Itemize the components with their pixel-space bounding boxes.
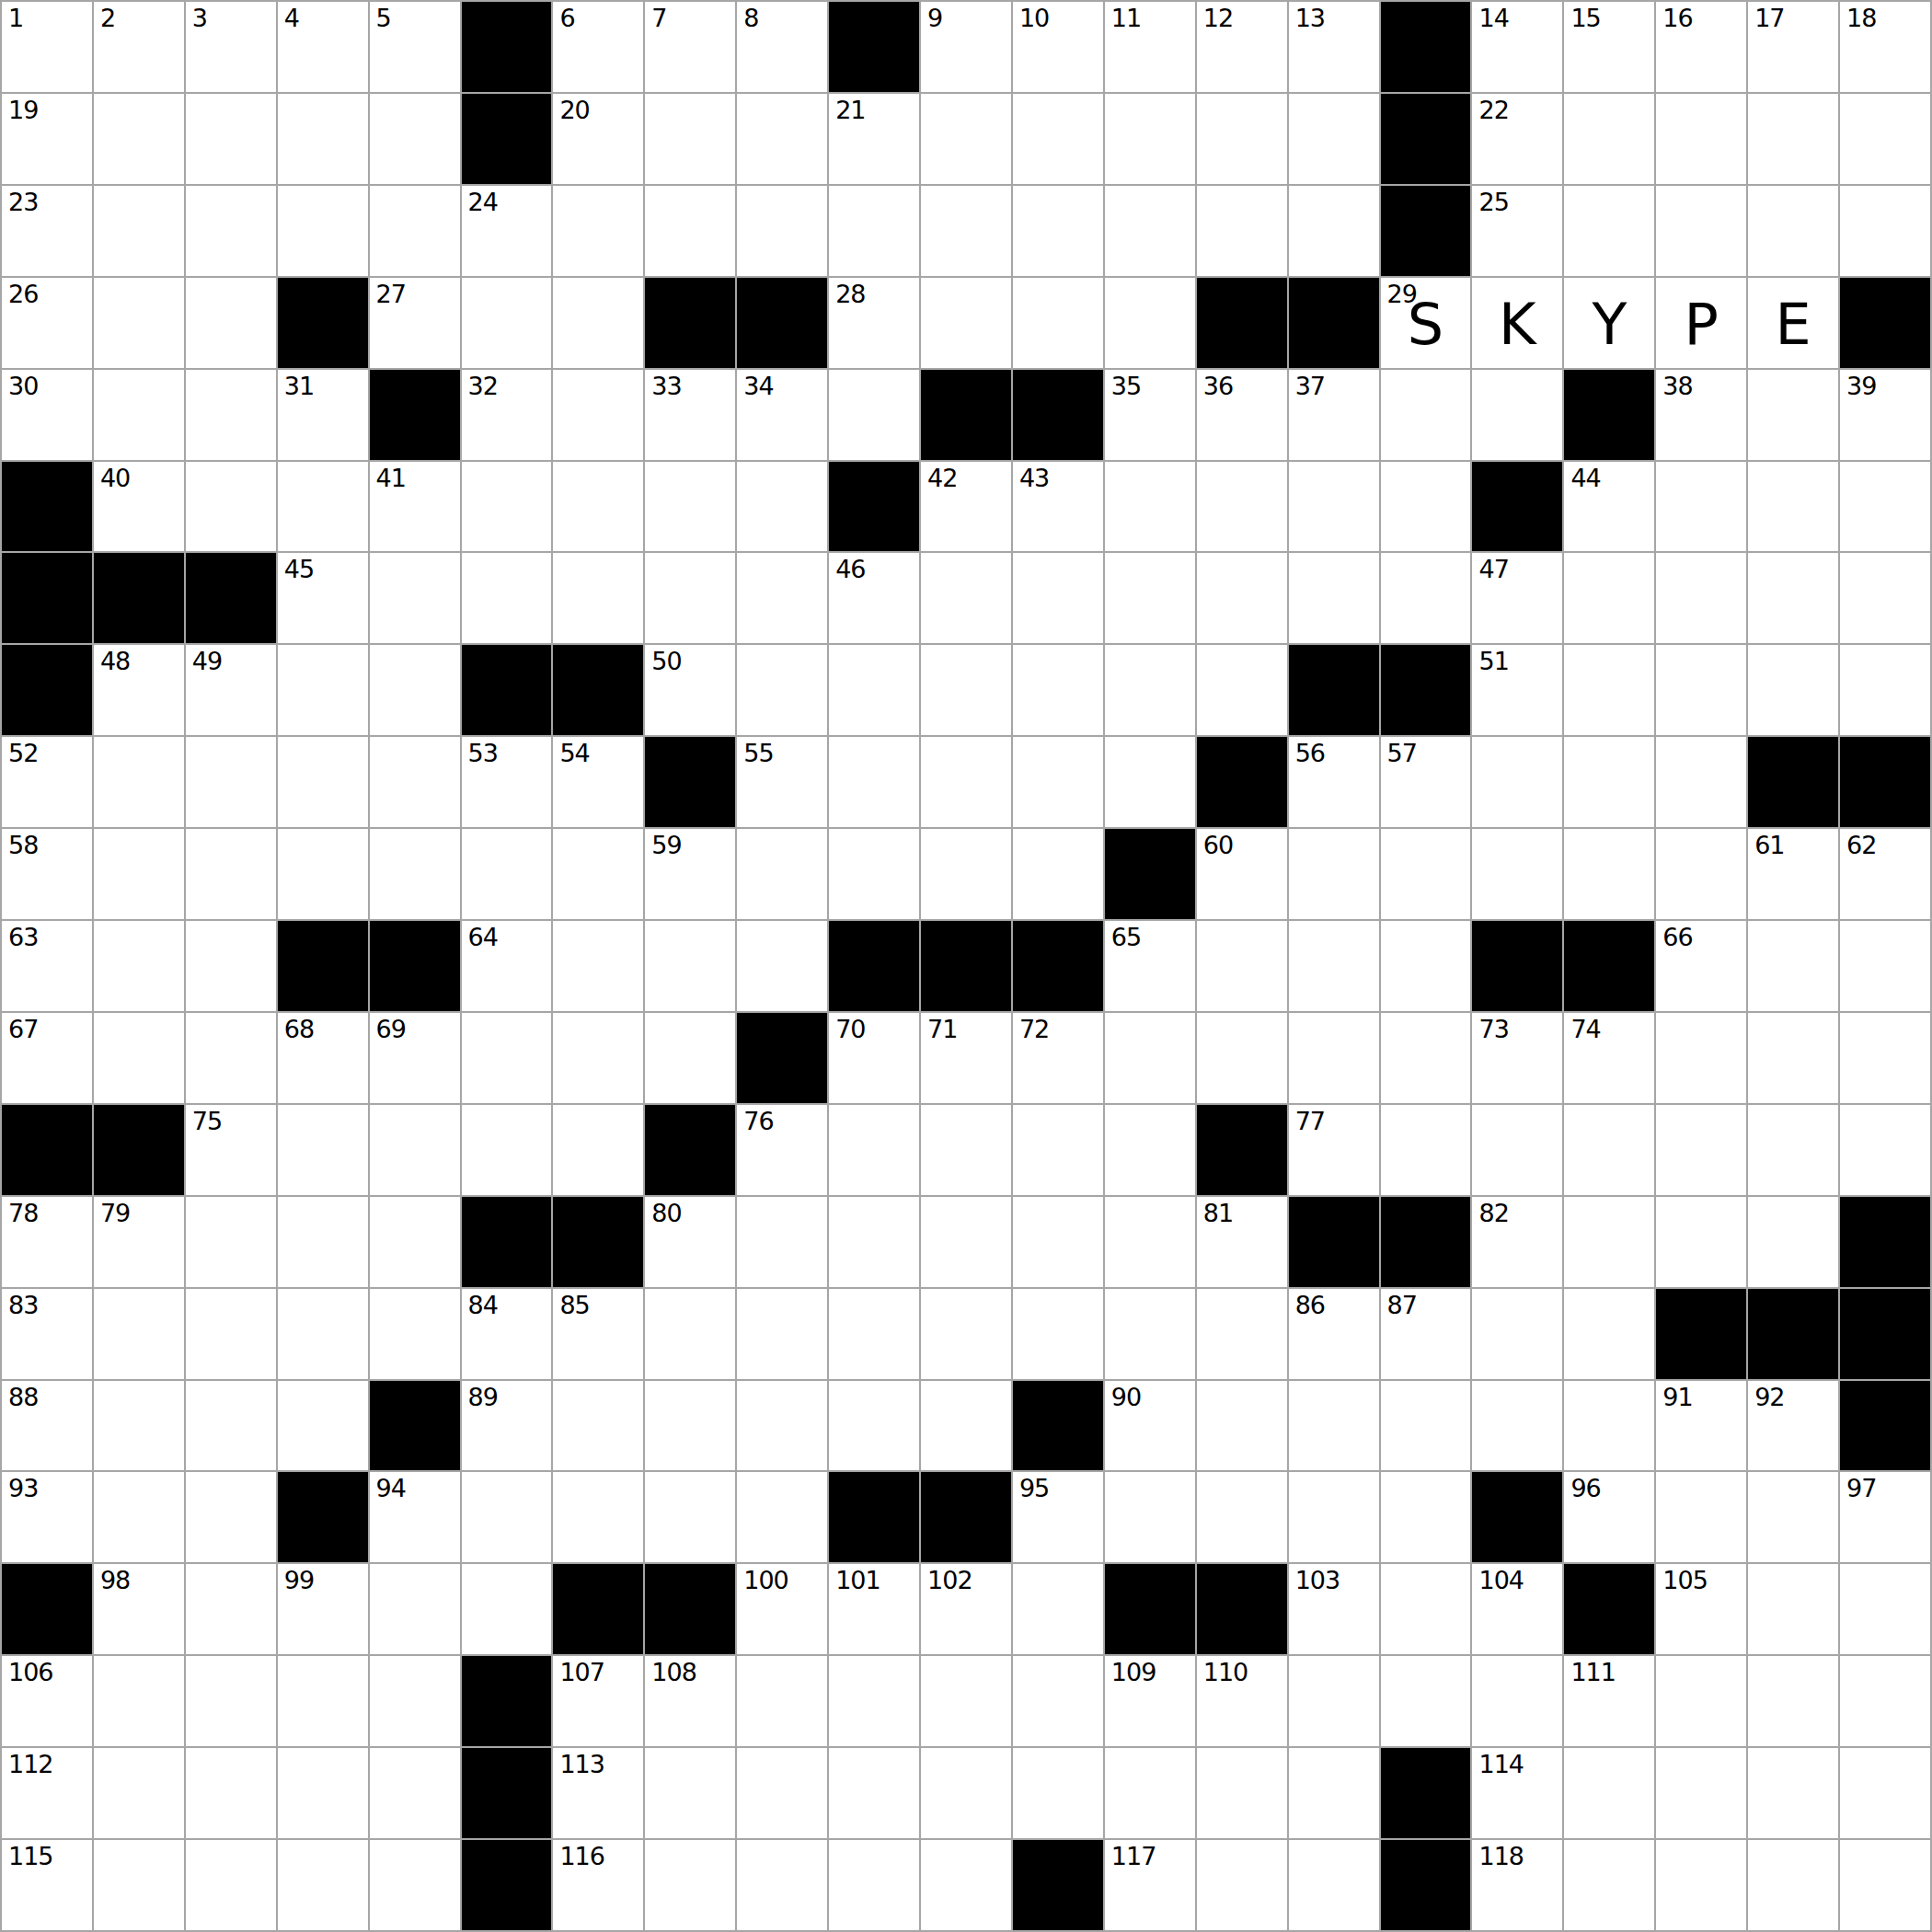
white-cell[interactable] xyxy=(829,1105,919,1195)
white-cell[interactable]: 32 xyxy=(462,370,552,460)
white-cell[interactable] xyxy=(737,1289,827,1379)
white-cell[interactable] xyxy=(1840,94,1930,184)
white-cell[interactable] xyxy=(1105,1748,1195,1838)
white-cell[interactable]: 69 xyxy=(370,1013,460,1103)
white-cell[interactable] xyxy=(370,829,460,919)
white-cell[interactable]: 49 xyxy=(186,645,276,735)
white-cell[interactable] xyxy=(94,1840,184,1930)
white-cell[interactable] xyxy=(186,1656,276,1746)
white-cell[interactable]: 13 xyxy=(1289,2,1379,92)
white-cell[interactable]: 70 xyxy=(829,1013,919,1103)
white-cell[interactable] xyxy=(370,1748,460,1838)
white-cell[interactable] xyxy=(1105,1013,1195,1103)
white-cell[interactable]: 51 xyxy=(1472,645,1562,735)
white-cell[interactable] xyxy=(1105,553,1195,643)
white-cell[interactable] xyxy=(370,1656,460,1746)
white-cell[interactable] xyxy=(1105,1472,1195,1562)
white-cell[interactable] xyxy=(1656,1656,1746,1746)
white-cell[interactable] xyxy=(737,186,827,276)
white-cell[interactable]: 16 xyxy=(1656,2,1746,92)
white-cell[interactable]: 68 xyxy=(278,1013,368,1103)
white-cell[interactable]: 22 xyxy=(1472,94,1562,184)
white-cell[interactable] xyxy=(1748,645,1838,735)
white-cell[interactable]: 107 xyxy=(553,1656,643,1746)
white-cell[interactable] xyxy=(1381,1564,1471,1654)
white-cell[interactable] xyxy=(921,278,1011,368)
white-cell[interactable] xyxy=(921,1748,1011,1838)
white-cell[interactable] xyxy=(1381,462,1471,552)
white-cell[interactable] xyxy=(1472,370,1562,460)
white-cell[interactable] xyxy=(1197,553,1287,643)
white-cell[interactable] xyxy=(186,1840,276,1930)
white-cell[interactable] xyxy=(1472,1105,1562,1195)
white-cell[interactable] xyxy=(1289,94,1379,184)
white-cell[interactable] xyxy=(1656,553,1746,643)
white-cell[interactable] xyxy=(553,1105,643,1195)
white-cell[interactable] xyxy=(370,553,460,643)
white-cell[interactable] xyxy=(1564,1289,1654,1379)
white-cell[interactable] xyxy=(645,1840,735,1930)
white-cell[interactable] xyxy=(553,278,643,368)
white-cell[interactable]: 60 xyxy=(1197,829,1287,919)
white-cell[interactable]: 112 xyxy=(2,1748,92,1838)
white-cell[interactable] xyxy=(737,645,827,735)
white-cell[interactable]: 54 xyxy=(553,737,643,827)
white-cell[interactable] xyxy=(94,1748,184,1838)
white-cell[interactable] xyxy=(829,645,919,735)
white-cell[interactable] xyxy=(1840,645,1930,735)
white-cell[interactable] xyxy=(921,94,1011,184)
white-cell[interactable] xyxy=(921,553,1011,643)
white-cell[interactable]: 41 xyxy=(370,462,460,552)
white-cell[interactable]: 20 xyxy=(553,94,643,184)
white-cell[interactable]: 93 xyxy=(2,1472,92,1562)
white-cell[interactable] xyxy=(1656,1013,1746,1103)
white-cell[interactable] xyxy=(1381,1381,1471,1471)
white-cell[interactable]: 66 xyxy=(1656,921,1746,1011)
white-cell[interactable] xyxy=(94,829,184,919)
white-cell[interactable] xyxy=(737,1197,827,1287)
white-cell[interactable] xyxy=(1013,1289,1103,1379)
white-cell[interactable]: 88 xyxy=(2,1381,92,1471)
white-cell[interactable] xyxy=(645,462,735,552)
white-cell[interactable]: 34 xyxy=(737,370,827,460)
white-cell[interactable] xyxy=(1472,829,1562,919)
white-cell[interactable] xyxy=(829,1840,919,1930)
white-cell[interactable] xyxy=(1289,1748,1379,1838)
white-cell[interactable]: 53 xyxy=(462,737,552,827)
white-cell[interactable] xyxy=(186,186,276,276)
white-cell[interactable]: 91 xyxy=(1656,1381,1746,1471)
white-cell[interactable]: 78 xyxy=(2,1197,92,1287)
white-cell[interactable]: 59 xyxy=(645,829,735,919)
white-cell[interactable]: 83 xyxy=(2,1289,92,1379)
white-cell[interactable] xyxy=(370,1564,460,1654)
white-cell[interactable] xyxy=(553,462,643,552)
white-cell[interactable] xyxy=(737,462,827,552)
white-cell[interactable] xyxy=(1656,829,1746,919)
white-cell[interactable] xyxy=(737,94,827,184)
white-cell[interactable]: E xyxy=(1748,278,1838,368)
white-cell[interactable]: 117 xyxy=(1105,1840,1195,1930)
white-cell[interactable] xyxy=(1748,1840,1838,1930)
white-cell[interactable] xyxy=(1289,829,1379,919)
white-cell[interactable]: 77 xyxy=(1289,1105,1379,1195)
white-cell[interactable]: 48 xyxy=(94,645,184,735)
white-cell[interactable] xyxy=(1105,737,1195,827)
white-cell[interactable]: 57 xyxy=(1381,737,1471,827)
white-cell[interactable]: 45 xyxy=(278,553,368,643)
white-cell[interactable]: 9 xyxy=(921,2,1011,92)
white-cell[interactable] xyxy=(186,1472,276,1562)
white-cell[interactable] xyxy=(462,462,552,552)
white-cell[interactable] xyxy=(186,278,276,368)
white-cell[interactable]: 61 xyxy=(1748,829,1838,919)
white-cell[interactable] xyxy=(370,186,460,276)
white-cell[interactable] xyxy=(1656,1840,1746,1930)
white-cell[interactable] xyxy=(1564,737,1654,827)
white-cell[interactable] xyxy=(737,1656,827,1746)
white-cell[interactable] xyxy=(462,553,552,643)
white-cell[interactable]: 47 xyxy=(1472,553,1562,643)
white-cell[interactable]: 101 xyxy=(829,1564,919,1654)
white-cell[interactable] xyxy=(1013,1748,1103,1838)
white-cell[interactable] xyxy=(737,553,827,643)
white-cell[interactable] xyxy=(645,1748,735,1838)
white-cell[interactable] xyxy=(1197,921,1287,1011)
white-cell[interactable] xyxy=(370,737,460,827)
white-cell[interactable] xyxy=(1472,1289,1562,1379)
white-cell[interactable]: 114 xyxy=(1472,1748,1562,1838)
white-cell[interactable] xyxy=(1197,1748,1287,1838)
white-cell[interactable]: 12 xyxy=(1197,2,1287,92)
white-cell[interactable] xyxy=(829,1197,919,1287)
white-cell[interactable]: 24 xyxy=(462,186,552,276)
white-cell[interactable] xyxy=(186,737,276,827)
white-cell[interactable] xyxy=(186,1197,276,1287)
white-cell[interactable] xyxy=(1748,1472,1838,1562)
white-cell[interactable] xyxy=(553,370,643,460)
white-cell[interactable] xyxy=(94,737,184,827)
white-cell[interactable] xyxy=(1748,462,1838,552)
white-cell[interactable]: 39 xyxy=(1840,370,1930,460)
white-cell[interactable]: Y xyxy=(1564,278,1654,368)
white-cell[interactable] xyxy=(186,370,276,460)
white-cell[interactable]: 76 xyxy=(737,1105,827,1195)
white-cell[interactable] xyxy=(1564,186,1654,276)
white-cell[interactable] xyxy=(1289,1013,1379,1103)
white-cell[interactable]: 33 xyxy=(645,370,735,460)
white-cell[interactable]: 87 xyxy=(1381,1289,1471,1379)
white-cell[interactable] xyxy=(1289,921,1379,1011)
white-cell[interactable]: 5 xyxy=(370,2,460,92)
white-cell[interactable] xyxy=(462,1105,552,1195)
white-cell[interactable] xyxy=(645,921,735,1011)
white-cell[interactable] xyxy=(921,1656,1011,1746)
white-cell[interactable] xyxy=(645,94,735,184)
white-cell[interactable]: 14 xyxy=(1472,2,1562,92)
white-cell[interactable] xyxy=(1840,1564,1930,1654)
white-cell[interactable]: 92 xyxy=(1748,1381,1838,1471)
white-cell[interactable]: 31 xyxy=(278,370,368,460)
white-cell[interactable] xyxy=(1381,921,1471,1011)
white-cell[interactable] xyxy=(1656,1472,1746,1562)
white-cell[interactable]: 10 xyxy=(1013,2,1103,92)
white-cell[interactable] xyxy=(1013,278,1103,368)
white-cell[interactable] xyxy=(737,829,827,919)
white-cell[interactable] xyxy=(1381,1472,1471,1562)
white-cell[interactable] xyxy=(1289,1656,1379,1746)
white-cell[interactable] xyxy=(921,186,1011,276)
white-cell[interactable] xyxy=(1840,1656,1930,1746)
white-cell[interactable]: 43 xyxy=(1013,462,1103,552)
white-cell[interactable] xyxy=(370,1197,460,1287)
white-cell[interactable] xyxy=(1840,1748,1930,1838)
white-cell[interactable] xyxy=(921,1105,1011,1195)
white-cell[interactable] xyxy=(1197,1472,1287,1562)
white-cell[interactable]: 2 xyxy=(94,2,184,92)
white-cell[interactable]: 6 xyxy=(553,2,643,92)
white-cell[interactable]: K xyxy=(1472,278,1562,368)
white-cell[interactable] xyxy=(1656,186,1746,276)
white-cell[interactable] xyxy=(1564,1381,1654,1471)
white-cell[interactable] xyxy=(1289,553,1379,643)
white-cell[interactable]: 116 xyxy=(553,1840,643,1930)
white-cell[interactable] xyxy=(1105,1289,1195,1379)
white-cell[interactable] xyxy=(94,370,184,460)
white-cell[interactable] xyxy=(1656,1197,1746,1287)
white-cell[interactable] xyxy=(553,553,643,643)
white-cell[interactable]: 42 xyxy=(921,462,1011,552)
white-cell[interactable] xyxy=(829,1656,919,1746)
white-cell[interactable] xyxy=(1564,645,1654,735)
white-cell[interactable] xyxy=(1840,553,1930,643)
white-cell[interactable] xyxy=(921,829,1011,919)
white-cell[interactable] xyxy=(1564,1840,1654,1930)
white-cell[interactable] xyxy=(462,278,552,368)
white-cell[interactable] xyxy=(829,737,919,827)
white-cell[interactable] xyxy=(1197,1289,1287,1379)
white-cell[interactable] xyxy=(1289,462,1379,552)
white-cell[interactable] xyxy=(278,462,368,552)
white-cell[interactable] xyxy=(186,1564,276,1654)
white-cell[interactable] xyxy=(1748,1197,1838,1287)
white-cell[interactable] xyxy=(553,1472,643,1562)
white-cell[interactable] xyxy=(1197,1381,1287,1471)
white-cell[interactable] xyxy=(370,94,460,184)
white-cell[interactable]: 55 xyxy=(737,737,827,827)
white-cell[interactable] xyxy=(645,1381,735,1471)
white-cell[interactable] xyxy=(370,1105,460,1195)
white-cell[interactable] xyxy=(186,1013,276,1103)
white-cell[interactable] xyxy=(921,1381,1011,1471)
white-cell[interactable] xyxy=(94,1656,184,1746)
white-cell[interactable] xyxy=(645,1289,735,1379)
white-cell[interactable]: 30 xyxy=(2,370,92,460)
white-cell[interactable] xyxy=(1381,1656,1471,1746)
white-cell[interactable]: 8 xyxy=(737,2,827,92)
white-cell[interactable] xyxy=(1013,737,1103,827)
white-cell[interactable] xyxy=(1105,462,1195,552)
white-cell[interactable] xyxy=(1748,1748,1838,1838)
white-cell[interactable] xyxy=(1105,1197,1195,1287)
white-cell[interactable]: 80 xyxy=(645,1197,735,1287)
white-cell[interactable] xyxy=(186,921,276,1011)
white-cell[interactable] xyxy=(1748,1564,1838,1654)
white-cell[interactable] xyxy=(278,1748,368,1838)
white-cell[interactable]: 19 xyxy=(2,94,92,184)
white-cell[interactable] xyxy=(278,645,368,735)
white-cell[interactable] xyxy=(94,94,184,184)
white-cell[interactable]: 29S xyxy=(1381,278,1471,368)
white-cell[interactable] xyxy=(1197,1013,1287,1103)
white-cell[interactable] xyxy=(829,186,919,276)
white-cell[interactable]: 82 xyxy=(1472,1197,1562,1287)
white-cell[interactable]: 105 xyxy=(1656,1564,1746,1654)
white-cell[interactable] xyxy=(278,1105,368,1195)
white-cell[interactable] xyxy=(370,645,460,735)
white-cell[interactable] xyxy=(1381,829,1471,919)
white-cell[interactable] xyxy=(1197,186,1287,276)
white-cell[interactable] xyxy=(921,1840,1011,1930)
white-cell[interactable] xyxy=(1564,1105,1654,1195)
white-cell[interactable] xyxy=(1289,1381,1379,1471)
white-cell[interactable]: 17 xyxy=(1748,2,1838,92)
white-cell[interactable] xyxy=(737,921,827,1011)
white-cell[interactable] xyxy=(1013,1197,1103,1287)
white-cell[interactable] xyxy=(278,94,368,184)
white-cell[interactable] xyxy=(1564,829,1654,919)
white-cell[interactable]: 65 xyxy=(1105,921,1195,1011)
white-cell[interactable]: 62 xyxy=(1840,829,1930,919)
white-cell[interactable]: 38 xyxy=(1656,370,1746,460)
white-cell[interactable] xyxy=(1289,1472,1379,1562)
white-cell[interactable] xyxy=(1840,1013,1930,1103)
white-cell[interactable] xyxy=(278,1381,368,1471)
white-cell[interactable]: 23 xyxy=(2,186,92,276)
white-cell[interactable] xyxy=(1381,370,1471,460)
white-cell[interactable] xyxy=(1748,1105,1838,1195)
white-cell[interactable]: 73 xyxy=(1472,1013,1562,1103)
white-cell[interactable]: 44 xyxy=(1564,462,1654,552)
white-cell[interactable] xyxy=(1013,645,1103,735)
white-cell[interactable]: 3 xyxy=(186,2,276,92)
white-cell[interactable] xyxy=(1381,1013,1471,1103)
white-cell[interactable] xyxy=(1656,1748,1746,1838)
white-cell[interactable]: 86 xyxy=(1289,1289,1379,1379)
white-cell[interactable] xyxy=(1197,462,1287,552)
white-cell[interactable] xyxy=(1840,186,1930,276)
white-cell[interactable] xyxy=(94,921,184,1011)
white-cell[interactable] xyxy=(829,1381,919,1471)
white-cell[interactable] xyxy=(1748,1656,1838,1746)
white-cell[interactable] xyxy=(645,186,735,276)
white-cell[interactable] xyxy=(186,1289,276,1379)
white-cell[interactable] xyxy=(553,1013,643,1103)
white-cell[interactable] xyxy=(1197,1840,1287,1930)
white-cell[interactable] xyxy=(1105,94,1195,184)
white-cell[interactable] xyxy=(186,94,276,184)
white-cell[interactable]: 27 xyxy=(370,278,460,368)
white-cell[interactable]: 46 xyxy=(829,553,919,643)
white-cell[interactable] xyxy=(1748,553,1838,643)
white-cell[interactable] xyxy=(921,737,1011,827)
white-cell[interactable]: 7 xyxy=(645,2,735,92)
white-cell[interactable] xyxy=(1105,645,1195,735)
white-cell[interactable] xyxy=(462,829,552,919)
white-cell[interactable] xyxy=(186,1748,276,1838)
white-cell[interactable]: 56 xyxy=(1289,737,1379,827)
white-cell[interactable]: 75 xyxy=(186,1105,276,1195)
white-cell[interactable] xyxy=(1840,921,1930,1011)
white-cell[interactable]: 18 xyxy=(1840,2,1930,92)
white-cell[interactable] xyxy=(645,1013,735,1103)
white-cell[interactable]: 106 xyxy=(2,1656,92,1746)
white-cell[interactable]: 37 xyxy=(1289,370,1379,460)
white-cell[interactable] xyxy=(829,1748,919,1838)
white-cell[interactable] xyxy=(829,1289,919,1379)
white-cell[interactable]: 100 xyxy=(737,1564,827,1654)
white-cell[interactable]: 84 xyxy=(462,1289,552,1379)
white-cell[interactable] xyxy=(737,1748,827,1838)
white-cell[interactable] xyxy=(1840,1105,1930,1195)
white-cell[interactable] xyxy=(1289,186,1379,276)
white-cell[interactable]: 28 xyxy=(829,278,919,368)
white-cell[interactable] xyxy=(1197,645,1287,735)
white-cell[interactable] xyxy=(94,278,184,368)
white-cell[interactable] xyxy=(1013,94,1103,184)
white-cell[interactable]: 11 xyxy=(1105,2,1195,92)
white-cell[interactable] xyxy=(1013,1656,1103,1746)
white-cell[interactable]: 35 xyxy=(1105,370,1195,460)
white-cell[interactable] xyxy=(1013,553,1103,643)
white-cell[interactable] xyxy=(462,1472,552,1562)
white-cell[interactable] xyxy=(462,1013,552,1103)
white-cell[interactable]: 63 xyxy=(2,921,92,1011)
white-cell[interactable] xyxy=(94,1381,184,1471)
white-cell[interactable]: 102 xyxy=(921,1564,1011,1654)
white-cell[interactable] xyxy=(1656,645,1746,735)
white-cell[interactable] xyxy=(1013,186,1103,276)
white-cell[interactable] xyxy=(553,186,643,276)
white-cell[interactable] xyxy=(1472,737,1562,827)
white-cell[interactable] xyxy=(278,1840,368,1930)
white-cell[interactable] xyxy=(94,1472,184,1562)
white-cell[interactable]: 103 xyxy=(1289,1564,1379,1654)
white-cell[interactable] xyxy=(462,1564,552,1654)
white-cell[interactable] xyxy=(553,829,643,919)
white-cell[interactable] xyxy=(278,1656,368,1746)
white-cell[interactable]: 95 xyxy=(1013,1472,1103,1562)
white-cell[interactable] xyxy=(1748,921,1838,1011)
white-cell[interactable] xyxy=(1564,94,1654,184)
white-cell[interactable]: 15 xyxy=(1564,2,1654,92)
white-cell[interactable] xyxy=(1472,1656,1562,1746)
white-cell[interactable] xyxy=(1656,462,1746,552)
white-cell[interactable] xyxy=(94,1289,184,1379)
white-cell[interactable]: 25 xyxy=(1472,186,1562,276)
white-cell[interactable] xyxy=(1013,829,1103,919)
white-cell[interactable] xyxy=(186,462,276,552)
white-cell[interactable] xyxy=(1105,186,1195,276)
white-cell[interactable]: 36 xyxy=(1197,370,1287,460)
white-cell[interactable]: 115 xyxy=(2,1840,92,1930)
white-cell[interactable]: 110 xyxy=(1197,1656,1287,1746)
white-cell[interactable] xyxy=(1105,1105,1195,1195)
white-cell[interactable]: 26 xyxy=(2,278,92,368)
white-cell[interactable]: 40 xyxy=(94,462,184,552)
white-cell[interactable]: 85 xyxy=(553,1289,643,1379)
